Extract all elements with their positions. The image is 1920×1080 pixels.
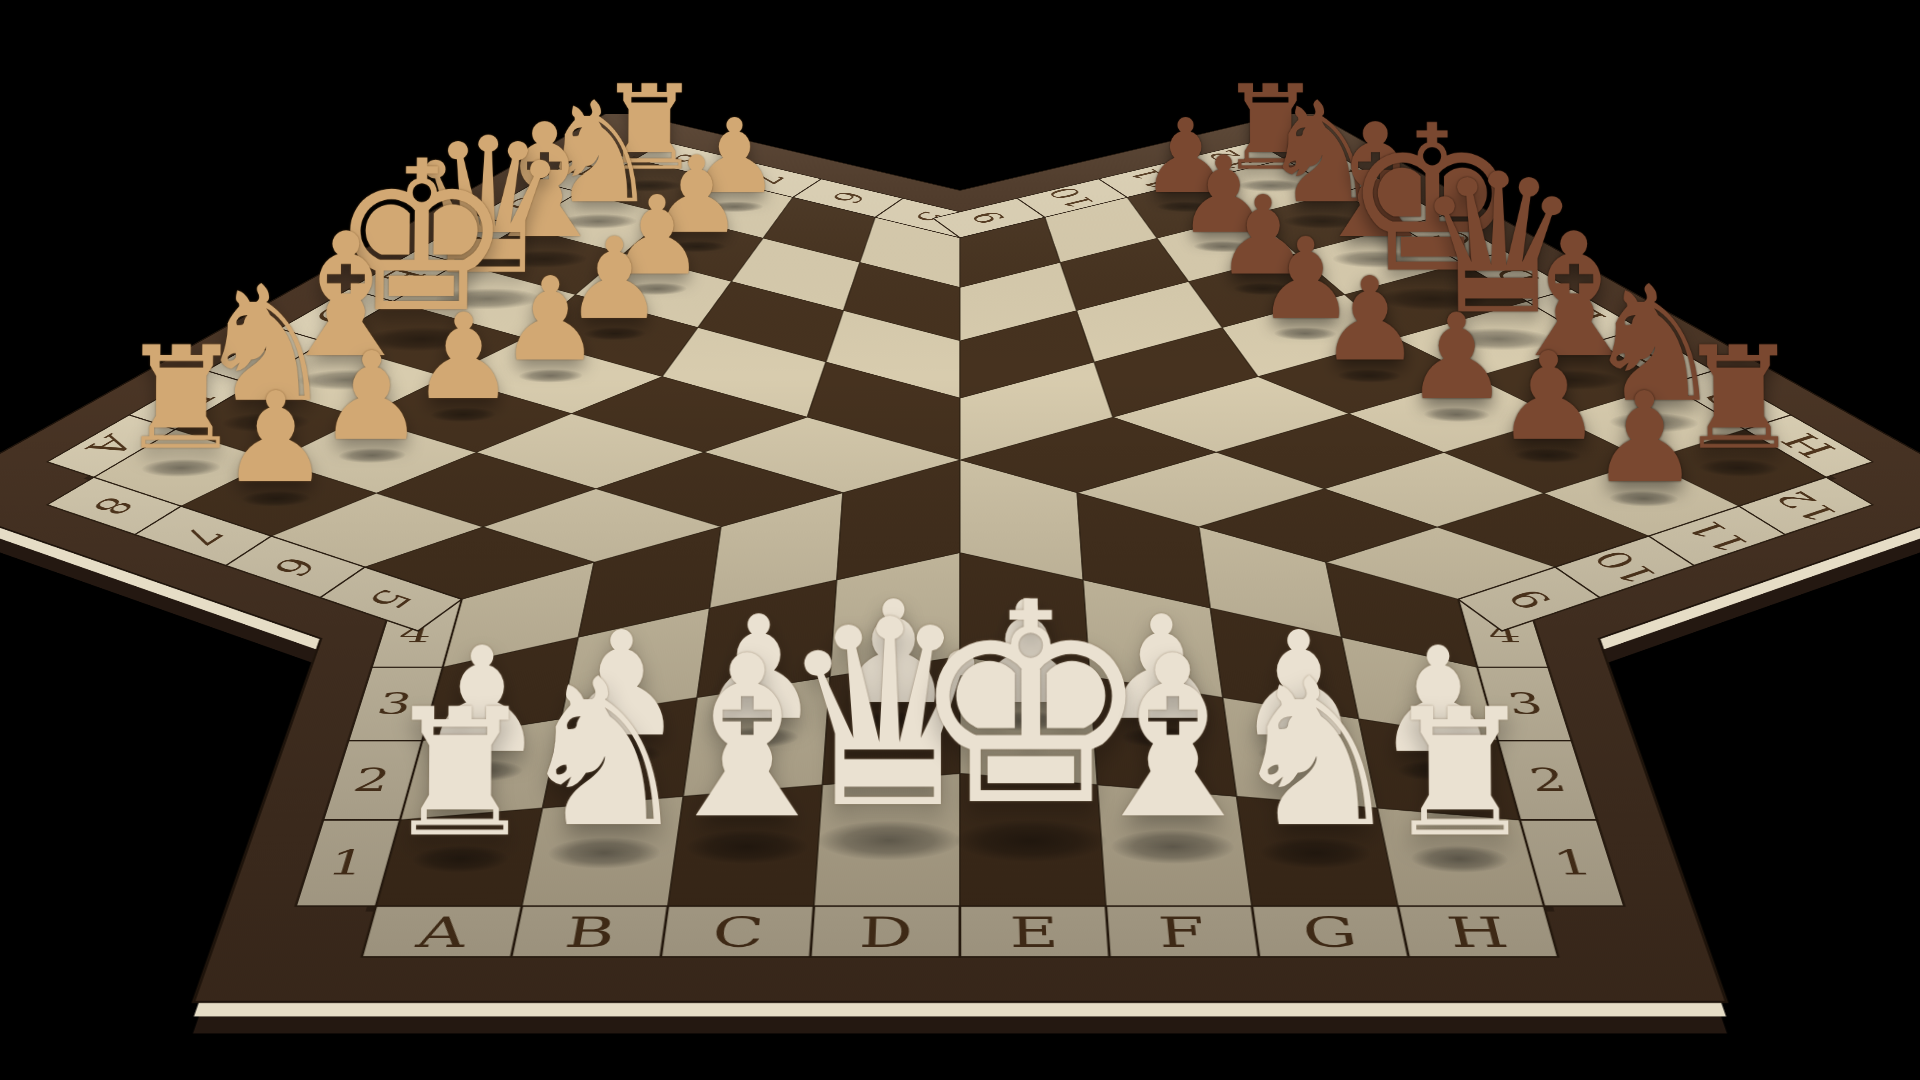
board-plane: ABCDEFGH123412348765HGFEDCBA8765HGFEDCBA… <box>0 114 1920 1057</box>
file-south-tile <box>1252 906 1409 957</box>
square-south-E2[interactable] <box>960 656 1098 784</box>
file-south-label: B <box>561 908 619 957</box>
file-south-tile <box>1106 906 1259 957</box>
square-south-H1[interactable] <box>1377 808 1544 906</box>
file-south-label: C <box>710 908 766 957</box>
square-south-C1[interactable] <box>668 785 822 906</box>
square-south-G1[interactable] <box>1237 796 1398 906</box>
file-south-label: E <box>1009 908 1059 957</box>
square-south-F1[interactable] <box>1098 785 1252 906</box>
file-south-tile <box>810 906 960 957</box>
square-south-D1[interactable] <box>814 773 960 906</box>
square-south-A1[interactable] <box>376 808 543 906</box>
square-south-D2[interactable] <box>822 656 960 784</box>
file-south-label: H <box>1443 908 1513 957</box>
file-south-tile <box>511 906 668 957</box>
file-south-tile <box>362 906 522 957</box>
file-south-tile <box>661 906 814 957</box>
file-south-label: A <box>411 908 474 957</box>
square-south-B1[interactable] <box>522 796 683 906</box>
file-south-label: F <box>1156 908 1207 957</box>
three-player-chess-scene: Three-Player Chess ABCDEFGH123412348765H… <box>0 0 1920 1080</box>
file-south-tile <box>960 906 1110 957</box>
board-layer-top: ABCDEFGH123412348765HGFEDCBA8765HGFEDCBA… <box>0 114 1920 1057</box>
file-south-label: G <box>1299 908 1361 957</box>
file-south-tile <box>1398 906 1558 957</box>
file-south-label: D <box>858 908 913 957</box>
square-south-E1[interactable] <box>960 773 1106 906</box>
